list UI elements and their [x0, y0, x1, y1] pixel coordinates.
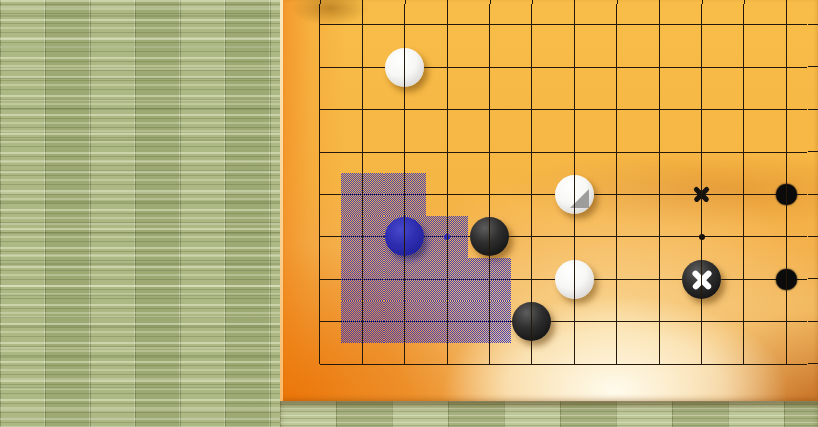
black-dot-mark [776, 269, 797, 290]
board-point-L2[interactable] [723, 301, 765, 343]
board-point-C3[interactable] [384, 258, 426, 300]
board-point-A8[interactable] [299, 46, 341, 88]
board-point-B6[interactable] [341, 131, 383, 173]
white-x-mark-icon [690, 267, 714, 291]
board-point-H7[interactable] [596, 89, 638, 131]
board-point-A6[interactable] [299, 131, 341, 173]
board-point-K7[interactable] [680, 89, 722, 131]
board-point-H3[interactable] [596, 258, 638, 300]
board-left-edge-highlight [280, 0, 283, 401]
board-point-M4[interactable] [765, 216, 807, 258]
board-point-B3[interactable] [341, 258, 383, 300]
board-point-M3[interactable] [765, 258, 807, 300]
go-game-scene [0, 0, 818, 427]
tatami-mat-background [0, 0, 282, 427]
blue-territory-overlay-C5 [384, 173, 426, 215]
board-point-F9[interactable] [511, 4, 553, 46]
board-point-J7[interactable] [638, 89, 680, 131]
board-point-D6[interactable] [426, 131, 468, 173]
board-point-G2[interactable] [553, 301, 595, 343]
blue-territory-overlay-D2 [426, 301, 468, 343]
board-point-A3[interactable] [299, 258, 341, 300]
board-point-K1[interactable] [680, 343, 722, 385]
board-point-F6[interactable] [511, 131, 553, 173]
board-point-F5[interactable] [511, 173, 553, 215]
goban-grid [299, 4, 808, 386]
board-point-K6[interactable] [680, 131, 722, 173]
board-point-D8[interactable] [426, 46, 468, 88]
board-point-F1[interactable] [511, 343, 553, 385]
board-point-K3[interactable] [680, 258, 722, 300]
blue-territory-overlay-B2 [341, 301, 383, 343]
board-point-F3[interactable] [511, 258, 553, 300]
board-point-A5[interactable] [299, 173, 341, 215]
board-point-M5[interactable] [765, 173, 807, 215]
board-point-A2[interactable] [299, 301, 341, 343]
board-point-G3[interactable] [553, 258, 595, 300]
board-point-B2[interactable] [341, 301, 383, 343]
board-point-D9[interactable] [426, 4, 468, 46]
board-point-K5[interactable] [680, 173, 722, 215]
board-point-B7[interactable] [341, 89, 383, 131]
black-dot-mark [776, 184, 797, 205]
board-point-C9[interactable] [384, 4, 426, 46]
board-point-E3[interactable] [468, 258, 510, 300]
blue-territory-overlay-B4 [341, 216, 383, 258]
stone-white-C8[interactable] [385, 48, 424, 87]
board-point-G9[interactable] [553, 4, 595, 46]
board-point-C5[interactable] [384, 173, 426, 215]
blue-territory-overlay-B5 [341, 173, 383, 215]
board-point-G5[interactable] [553, 173, 595, 215]
go-board [280, 0, 818, 401]
board-point-E8[interactable] [468, 46, 510, 88]
board-point-C8[interactable] [384, 46, 426, 88]
board-point-L3[interactable] [723, 258, 765, 300]
board-point-E1[interactable] [468, 343, 510, 385]
board-point-F7[interactable] [511, 89, 553, 131]
board-point-B8[interactable] [341, 46, 383, 88]
board-point-H8[interactable] [596, 46, 638, 88]
blue-territory-overlay-D3 [426, 258, 468, 300]
board-point-H6[interactable] [596, 131, 638, 173]
board-point-A7[interactable] [299, 89, 341, 131]
board-point-K2[interactable] [680, 301, 722, 343]
board-point-J2[interactable] [638, 301, 680, 343]
board-point-C6[interactable] [384, 131, 426, 173]
board-point-H5[interactable] [596, 173, 638, 215]
board-point-C4[interactable] [384, 216, 426, 258]
stone-black-K3[interactable] [682, 260, 721, 299]
stone-black-F2[interactable] [512, 302, 551, 341]
board-point-K9[interactable] [680, 4, 722, 46]
board-point-M2[interactable] [765, 301, 807, 343]
board-point-B1[interactable] [341, 343, 383, 385]
board-point-B9[interactable] [341, 4, 383, 46]
board-point-L8[interactable] [723, 46, 765, 88]
board-point-M8[interactable] [765, 46, 807, 88]
board-point-M1[interactable] [765, 343, 807, 385]
star-point-K4 [699, 234, 705, 240]
board-point-M9[interactable] [765, 4, 807, 46]
board-point-G4[interactable] [553, 216, 595, 258]
board-point-L4[interactable] [723, 216, 765, 258]
stone-white-G5[interactable] [555, 175, 594, 214]
board-point-E9[interactable] [468, 4, 510, 46]
tatami-strip-below-board [280, 401, 818, 427]
blue-territory-overlay-C2 [384, 301, 426, 343]
grid-line-stubs-right [808, 4, 818, 386]
board-point-D2[interactable] [426, 301, 468, 343]
board-point-K4[interactable] [680, 216, 722, 258]
stone-black-E4[interactable] [470, 217, 509, 256]
board-point-J1[interactable] [638, 343, 680, 385]
board-point-F8[interactable] [511, 46, 553, 88]
board-point-M7[interactable] [765, 89, 807, 131]
board-point-H1[interactable] [596, 343, 638, 385]
board-point-E4[interactable] [468, 216, 510, 258]
board-point-L1[interactable] [723, 343, 765, 385]
board-point-E2[interactable] [468, 301, 510, 343]
board-point-D4[interactable] [426, 216, 468, 258]
board-point-J8[interactable] [638, 46, 680, 88]
board-point-D7[interactable] [426, 89, 468, 131]
board-point-A9[interactable] [299, 4, 341, 46]
board-point-A4[interactable] [299, 216, 341, 258]
gray-triangle-mark-icon [570, 189, 589, 208]
board-point-D1[interactable] [426, 343, 468, 385]
board-point-L6[interactable] [723, 131, 765, 173]
board-point-L5[interactable] [723, 173, 765, 215]
board-point-H2[interactable] [596, 301, 638, 343]
black-x-mark-icon [692, 185, 711, 204]
board-point-C2[interactable] [384, 301, 426, 343]
board-point-L9[interactable] [723, 4, 765, 46]
board-point-C1[interactable] [384, 343, 426, 385]
board-point-G6[interactable] [553, 131, 595, 173]
board-point-C7[interactable] [384, 89, 426, 131]
board-point-A1[interactable] [299, 343, 341, 385]
board-point-M6[interactable] [765, 131, 807, 173]
board-point-E5[interactable] [468, 173, 510, 215]
blue-territory-overlay-B3 [341, 258, 383, 300]
board-point-B5[interactable] [341, 173, 383, 215]
stone-white-G3[interactable] [555, 260, 594, 299]
board-point-D5[interactable] [426, 173, 468, 215]
board-point-E7[interactable] [468, 89, 510, 131]
blue-territory-overlay-C3 [384, 258, 426, 300]
board-point-G8[interactable] [553, 46, 595, 88]
board-point-J4[interactable] [638, 216, 680, 258]
blue-territory-overlay-E2 [468, 301, 510, 343]
board-point-K8[interactable] [680, 46, 722, 88]
board-point-B4[interactable] [341, 216, 383, 258]
board-point-J3[interactable] [638, 258, 680, 300]
board-point-H9[interactable] [596, 4, 638, 46]
board-point-G7[interactable] [553, 89, 595, 131]
board-point-E6[interactable] [468, 131, 510, 173]
board-point-F4[interactable] [511, 216, 553, 258]
board-point-J5[interactable] [638, 173, 680, 215]
board-point-H4[interactable] [596, 216, 638, 258]
board-point-J6[interactable] [638, 131, 680, 173]
board-point-D3[interactable] [426, 258, 468, 300]
blue-territory-overlay-D4 [426, 216, 468, 258]
board-point-L7[interactable] [723, 89, 765, 131]
board-point-G1[interactable] [553, 343, 595, 385]
board-point-F2[interactable] [511, 301, 553, 343]
board-point-J9[interactable] [638, 4, 680, 46]
blue-territory-overlay-E3 [468, 258, 510, 300]
